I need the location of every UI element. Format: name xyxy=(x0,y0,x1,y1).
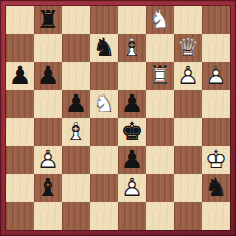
square-h8[interactable] xyxy=(202,6,230,34)
square-b5[interactable] xyxy=(34,90,62,118)
white-knight-icon: ♞♘ xyxy=(90,90,118,118)
square-f8[interactable]: ♞♘ xyxy=(146,6,174,34)
black-pawn-icon: ♟ xyxy=(118,90,146,118)
black-rook-icon: ♜ xyxy=(34,6,62,34)
black-knight-icon: ♞ xyxy=(202,174,230,202)
square-a2[interactable] xyxy=(6,174,34,202)
black-king-icon: ♚ xyxy=(118,118,146,146)
square-f7[interactable] xyxy=(146,34,174,62)
square-h7[interactable] xyxy=(202,34,230,62)
square-f1[interactable] xyxy=(146,202,174,230)
white-pawn-icon: ♟♙ xyxy=(118,174,146,202)
square-h1[interactable] xyxy=(202,202,230,230)
square-g5[interactable] xyxy=(174,90,202,118)
white-bishop-icon: ♝♗ xyxy=(118,34,146,62)
square-g6[interactable]: ♟♙ xyxy=(174,62,202,90)
square-d8[interactable] xyxy=(90,6,118,34)
square-e6[interactable] xyxy=(118,62,146,90)
board-frame: ♜♞♘♞♝♗♛♕♟♟♜♖♟♙♟♙♟♞♘♟♝♗♚♟♙♟♚♔♝♟♙♞ xyxy=(0,0,236,236)
square-d6[interactable] xyxy=(90,62,118,90)
square-a3[interactable] xyxy=(6,146,34,174)
square-e1[interactable] xyxy=(118,202,146,230)
square-g1[interactable] xyxy=(174,202,202,230)
square-c7[interactable] xyxy=(62,34,90,62)
square-g4[interactable] xyxy=(174,118,202,146)
square-e5[interactable]: ♟ xyxy=(118,90,146,118)
chess-board: ♜♞♘♞♝♗♛♕♟♟♜♖♟♙♟♙♟♞♘♟♝♗♚♟♙♟♚♔♝♟♙♞ xyxy=(6,6,230,230)
square-c8[interactable] xyxy=(62,6,90,34)
square-f5[interactable] xyxy=(146,90,174,118)
square-c4[interactable]: ♝♗ xyxy=(62,118,90,146)
square-b7[interactable] xyxy=(34,34,62,62)
square-d4[interactable] xyxy=(90,118,118,146)
white-pawn-icon: ♟♙ xyxy=(202,62,230,90)
square-d2[interactable] xyxy=(90,174,118,202)
square-h6[interactable]: ♟♙ xyxy=(202,62,230,90)
white-rook-icon: ♜♖ xyxy=(146,62,174,90)
square-f3[interactable] xyxy=(146,146,174,174)
square-f2[interactable] xyxy=(146,174,174,202)
square-a4[interactable] xyxy=(6,118,34,146)
black-pawn-icon: ♟ xyxy=(34,62,62,90)
black-knight-icon: ♞ xyxy=(90,34,118,62)
square-a1[interactable] xyxy=(6,202,34,230)
square-a7[interactable] xyxy=(6,34,34,62)
square-f6[interactable]: ♜♖ xyxy=(146,62,174,90)
square-d5[interactable]: ♞♘ xyxy=(90,90,118,118)
white-knight-icon: ♞♘ xyxy=(146,6,174,34)
white-king-icon: ♚♔ xyxy=(202,146,230,174)
square-a5[interactable] xyxy=(6,90,34,118)
square-c6[interactable] xyxy=(62,62,90,90)
square-h3[interactable]: ♚♔ xyxy=(202,146,230,174)
square-c2[interactable] xyxy=(62,174,90,202)
square-e4[interactable]: ♚ xyxy=(118,118,146,146)
square-h2[interactable]: ♞ xyxy=(202,174,230,202)
square-a6[interactable]: ♟ xyxy=(6,62,34,90)
white-queen-icon: ♛♕ xyxy=(174,34,202,62)
black-bishop-icon: ♝ xyxy=(34,174,62,202)
square-h4[interactable] xyxy=(202,118,230,146)
square-b6[interactable]: ♟ xyxy=(34,62,62,90)
square-b8[interactable]: ♜ xyxy=(34,6,62,34)
white-pawn-icon: ♟♙ xyxy=(34,146,62,174)
square-d3[interactable] xyxy=(90,146,118,174)
black-pawn-icon: ♟ xyxy=(6,62,34,90)
square-g7[interactable]: ♛♕ xyxy=(174,34,202,62)
square-a8[interactable] xyxy=(6,6,34,34)
square-b1[interactable] xyxy=(34,202,62,230)
white-pawn-icon: ♟♙ xyxy=(174,62,202,90)
black-pawn-icon: ♟ xyxy=(118,146,146,174)
square-f4[interactable] xyxy=(146,118,174,146)
square-g2[interactable] xyxy=(174,174,202,202)
square-c3[interactable] xyxy=(62,146,90,174)
white-bishop-icon: ♝♗ xyxy=(62,118,90,146)
square-c1[interactable] xyxy=(62,202,90,230)
square-d7[interactable]: ♞ xyxy=(90,34,118,62)
black-pawn-icon: ♟ xyxy=(62,90,90,118)
square-b3[interactable]: ♟♙ xyxy=(34,146,62,174)
square-d1[interactable] xyxy=(90,202,118,230)
square-e3[interactable]: ♟ xyxy=(118,146,146,174)
square-g8[interactable] xyxy=(174,6,202,34)
square-c5[interactable]: ♟ xyxy=(62,90,90,118)
square-e7[interactable]: ♝♗ xyxy=(118,34,146,62)
square-h5[interactable] xyxy=(202,90,230,118)
square-e8[interactable] xyxy=(118,6,146,34)
square-b2[interactable]: ♝ xyxy=(34,174,62,202)
square-g3[interactable] xyxy=(174,146,202,174)
square-e2[interactable]: ♟♙ xyxy=(118,174,146,202)
square-b4[interactable] xyxy=(34,118,62,146)
